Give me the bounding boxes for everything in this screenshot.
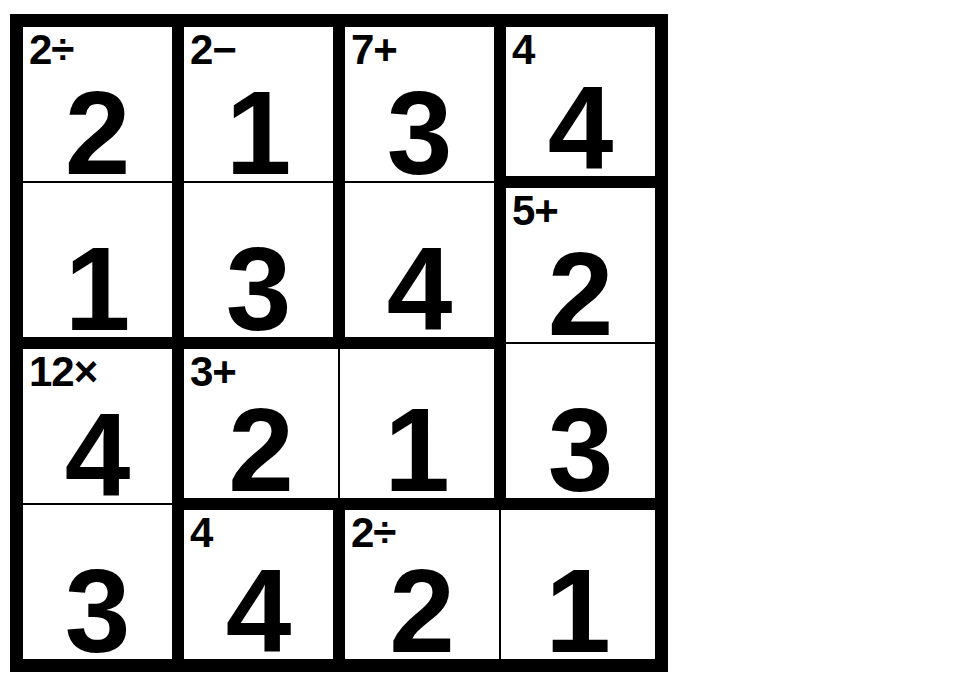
cell-r1c1[interactable]: 2÷2 bbox=[17, 21, 178, 182]
cage-clue: 7+ bbox=[351, 29, 397, 71]
cell-r4c4[interactable]: 1 bbox=[500, 504, 661, 665]
cell-value: 1 bbox=[340, 406, 494, 494]
cell-r2c4[interactable]: 5+2 bbox=[500, 182, 661, 343]
cell-r1c4[interactable]: 44 bbox=[500, 21, 661, 182]
cell-value: 2 bbox=[23, 89, 172, 177]
cell-value: 4 bbox=[23, 411, 172, 499]
cell-r3c1[interactable]: 12×4 bbox=[17, 343, 178, 504]
cell-r4c1[interactable]: 3 bbox=[17, 504, 178, 665]
cell-value: 3 bbox=[345, 89, 494, 177]
cell-value: 1 bbox=[23, 245, 172, 333]
cell-value: 3 bbox=[184, 245, 333, 333]
cell-value: 4 bbox=[345, 245, 494, 333]
cell-r3c3[interactable]: 1 bbox=[339, 343, 500, 504]
cage-clue: 5+ bbox=[512, 190, 558, 232]
cage-clue: 4 bbox=[190, 512, 212, 554]
cell-r3c2[interactable]: 3+2 bbox=[178, 343, 339, 504]
cage-clue: 2− bbox=[190, 29, 236, 71]
cell-r4c2[interactable]: 44 bbox=[178, 504, 339, 665]
cell-r4c3[interactable]: 2÷2 bbox=[339, 504, 500, 665]
cell-r2c1[interactable]: 1 bbox=[17, 182, 178, 343]
cage-clue: 2÷ bbox=[29, 29, 73, 71]
cell-r2c2[interactable]: 3 bbox=[178, 182, 339, 343]
cell-value: 1 bbox=[501, 567, 655, 655]
cell-value: 4 bbox=[184, 567, 333, 655]
cell-value: 3 bbox=[506, 406, 655, 494]
cell-r2c3[interactable]: 4 bbox=[339, 182, 500, 343]
cell-value: 4 bbox=[506, 84, 655, 172]
cell-value: 2 bbox=[345, 567, 499, 655]
cell-r3c4[interactable]: 3 bbox=[500, 343, 661, 504]
cage-clue: 4 bbox=[512, 29, 534, 71]
kenken-board: 2÷22−17+3441345+212×43+2133442÷21 bbox=[10, 14, 668, 672]
cell-value: 3 bbox=[23, 567, 172, 655]
cell-value: 1 bbox=[184, 89, 333, 177]
cell-r1c2[interactable]: 2−1 bbox=[178, 21, 339, 182]
cage-clue: 12× bbox=[29, 351, 97, 393]
cell-value: 2 bbox=[184, 406, 338, 494]
cell-value: 2 bbox=[506, 250, 655, 338]
cell-r1c3[interactable]: 7+3 bbox=[339, 21, 500, 182]
